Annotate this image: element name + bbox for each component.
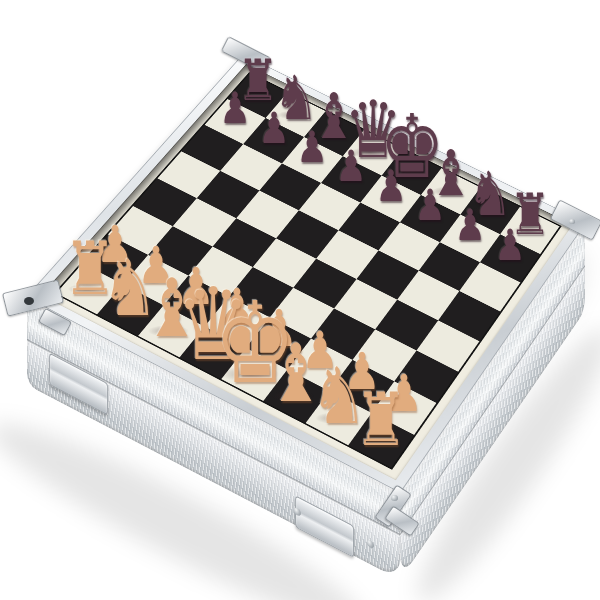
chess-set-photo: ♜♞♝♛♚♝♞♜♟♟♟♟♟♟♟♟♟♟♟♟♟♟♟♟♜♞♝♛♚♝♞♜ xyxy=(0,0,600,600)
piece-black-pawn-a7[interactable]: ♟ xyxy=(219,88,251,131)
piece-black-pawn-f7[interactable]: ♟ xyxy=(414,185,446,228)
rivet xyxy=(367,539,374,550)
piece-black-pawn-h7[interactable]: ♟ xyxy=(494,225,526,268)
piece-black-pawn-d7[interactable]: ♟ xyxy=(336,146,368,189)
piece-black-pawn-g7[interactable]: ♟ xyxy=(454,205,486,248)
case-latch-left xyxy=(49,353,108,416)
rivet xyxy=(569,219,575,224)
piece-black-pawn-b7[interactable]: ♟ xyxy=(258,107,290,150)
piece-black-pawn-c7[interactable]: ♟ xyxy=(297,126,329,169)
piece-white-rook-h1[interactable]: ♜ xyxy=(355,383,409,456)
clasp-hole xyxy=(24,297,34,305)
piece-black-pawn-e7[interactable]: ♟ xyxy=(375,165,407,208)
rivet xyxy=(391,495,398,501)
